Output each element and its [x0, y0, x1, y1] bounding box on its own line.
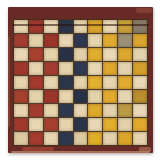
board-grid [13, 19, 148, 146]
square-5-9[interactable] [133, 76, 147, 89]
square-9-2[interactable] [29, 132, 43, 145]
square-5-4[interactable] [59, 76, 73, 89]
square-6-9[interactable] [133, 90, 147, 103]
square-8-6[interactable] [88, 118, 102, 131]
square-7-6[interactable] [88, 104, 102, 117]
game-board [8, 7, 153, 153]
square-3-6[interactable] [88, 48, 102, 61]
frame-wear-left-edge [8, 37, 10, 127]
square-9-5[interactable] [74, 132, 88, 145]
square-5-1[interactable] [14, 76, 28, 89]
frame-wear-bottom-right [139, 147, 151, 152]
square-6-2[interactable] [29, 90, 43, 103]
frame-wear-top-right [136, 8, 152, 13]
square-2-7[interactable] [103, 34, 117, 47]
square-1-3[interactable] [44, 20, 58, 33]
square-9-7[interactable] [103, 132, 117, 145]
square-1-6[interactable] [88, 20, 102, 33]
square-2-6[interactable] [88, 34, 102, 47]
frame-wear-bottom-left [22, 147, 54, 151]
square-3-4[interactable] [59, 48, 73, 61]
square-1-4[interactable] [59, 20, 73, 33]
square-3-1[interactable] [14, 48, 28, 61]
square-5-6[interactable] [88, 76, 102, 89]
square-8-7[interactable] [103, 118, 117, 131]
square-9-8[interactable] [118, 132, 132, 145]
square-9-9[interactable] [133, 132, 147, 145]
square-8-9[interactable] [133, 118, 147, 131]
square-1-2[interactable] [29, 20, 43, 33]
square-8-1[interactable] [14, 118, 28, 131]
square-4-1[interactable] [14, 62, 28, 75]
square-7-8[interactable] [118, 104, 132, 117]
square-7-1[interactable] [14, 104, 28, 117]
square-4-5[interactable] [74, 62, 88, 75]
square-3-7[interactable] [103, 48, 117, 61]
square-3-3[interactable] [44, 48, 58, 61]
square-4-9[interactable] [133, 62, 147, 75]
square-8-3[interactable] [44, 118, 58, 131]
square-9-3[interactable] [44, 132, 58, 145]
square-4-4[interactable] [59, 62, 73, 75]
square-3-2[interactable] [29, 48, 43, 61]
square-1-7[interactable] [103, 20, 117, 33]
square-4-7[interactable] [103, 62, 117, 75]
square-7-9[interactable] [133, 104, 147, 117]
square-8-8[interactable] [118, 118, 132, 131]
frame-bottom-edge-light [11, 151, 150, 153]
square-6-4[interactable] [59, 90, 73, 103]
square-7-3[interactable] [44, 104, 58, 117]
square-9-4[interactable] [59, 132, 73, 145]
square-5-3[interactable] [44, 76, 58, 89]
square-4-8[interactable] [118, 62, 132, 75]
square-8-5[interactable] [74, 118, 88, 131]
square-9-1[interactable] [14, 132, 28, 145]
square-2-2[interactable] [29, 34, 43, 47]
square-6-6[interactable] [88, 90, 102, 103]
square-8-4[interactable] [59, 118, 73, 131]
square-6-7[interactable] [103, 90, 117, 103]
board-photo [0, 0, 160, 160]
square-7-4[interactable] [59, 104, 73, 117]
square-5-5[interactable] [74, 76, 88, 89]
square-6-1[interactable] [14, 90, 28, 103]
square-5-8[interactable] [118, 76, 132, 89]
square-7-5[interactable] [74, 104, 88, 117]
square-7-7[interactable] [103, 104, 117, 117]
square-2-9[interactable] [133, 34, 147, 47]
square-9-6[interactable] [88, 132, 102, 145]
square-3-5[interactable] [74, 48, 88, 61]
square-1-1[interactable] [14, 20, 28, 33]
square-3-8[interactable] [118, 48, 132, 61]
square-4-6[interactable] [88, 62, 102, 75]
square-2-4[interactable] [59, 34, 73, 47]
square-5-2[interactable] [29, 76, 43, 89]
square-1-8[interactable] [118, 20, 132, 33]
square-2-5[interactable] [74, 34, 88, 47]
square-3-9[interactable] [133, 48, 147, 61]
square-8-2[interactable] [29, 118, 43, 131]
square-1-5[interactable] [74, 20, 88, 33]
square-6-3[interactable] [44, 90, 58, 103]
square-6-8[interactable] [118, 90, 132, 103]
square-2-1[interactable] [14, 34, 28, 47]
square-4-3[interactable] [44, 62, 58, 75]
square-4-2[interactable] [29, 62, 43, 75]
square-6-5[interactable] [74, 90, 88, 103]
square-7-2[interactable] [29, 104, 43, 117]
square-5-7[interactable] [103, 76, 117, 89]
square-2-3[interactable] [44, 34, 58, 47]
square-2-8[interactable] [118, 34, 132, 47]
square-1-9[interactable] [133, 20, 147, 33]
